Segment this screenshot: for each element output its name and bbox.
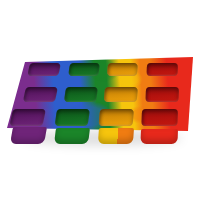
cavity-foot-1 (10, 127, 47, 144)
cavity-foot-2 (54, 128, 90, 144)
cavity-r3c1 (9, 109, 46, 126)
cavity-r3c4 (141, 109, 178, 126)
cavity-r3c2 (55, 109, 90, 126)
cavity-foot-4 (140, 129, 178, 144)
cavity-r3c3 (99, 109, 134, 126)
cavity-r2c4 (145, 87, 179, 102)
cavity-r2c3 (104, 87, 138, 102)
cavity-r2c1 (23, 87, 58, 102)
cavity-r1c1 (27, 63, 61, 76)
cavity-r1c3 (107, 63, 138, 76)
cavity-r1c4 (147, 63, 178, 76)
cavity-r2c2 (64, 87, 98, 102)
cavity-r1c2 (68, 63, 100, 76)
cavity-foot-3 (98, 128, 134, 144)
mold-tray (7, 57, 193, 149)
product-photo-canvas (0, 0, 200, 200)
